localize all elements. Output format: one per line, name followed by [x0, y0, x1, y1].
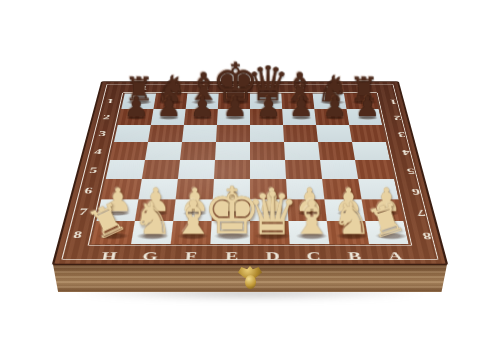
piece-spot-e2: ♟	[218, 109, 252, 125]
chess-set-photo: HH11GG22FF33EE44DD55CC66BB77AA88 ♜♞♝♛♚♝♞…	[0, 0, 500, 352]
piece-spot-d2: ♟	[252, 109, 286, 125]
piece-white-knight-b8: ♞	[331, 196, 371, 241]
piece-spot-b8: ♞	[330, 223, 373, 247]
pieces-layer: ♜♞♝♛♚♝♞♜♟♟♟♟♟♟♟♟♟♟♟♟♟♟♟♟♜♞♝♛♚♝♞♜	[54, 82, 445, 264]
piece-spot-g8: ♞	[131, 223, 174, 247]
piece-spot-h2: ♟	[118, 109, 154, 125]
piece-black-pawn-d2: ♟	[256, 93, 281, 121]
piece-spot-h8: ♜	[91, 223, 135, 247]
piece-white-knight-g8: ♞	[133, 196, 173, 241]
piece-spot-b2: ♟	[317, 109, 352, 125]
piece-black-pawn-g2: ♟	[157, 93, 182, 121]
piece-spot-g2: ♟	[151, 109, 186, 125]
piece-black-pawn-a2: ♟	[355, 93, 380, 121]
piece-white-bishop-f8: ♝	[172, 194, 214, 241]
piece-black-pawn-b2: ♟	[322, 93, 347, 121]
piece-spot-c2: ♟	[284, 109, 319, 125]
piece-black-pawn-h2: ♟	[124, 93, 149, 121]
piece-spot-e8: ♚	[212, 223, 252, 247]
piece-spot-f2: ♟	[185, 109, 219, 125]
chess-board: HH11GG22FF33EE44DD55CC66BB77AA88 ♜♞♝♛♚♝♞…	[52, 81, 449, 265]
piece-black-pawn-c2: ♟	[289, 93, 314, 121]
piece-black-pawn-f2: ♟	[190, 93, 215, 121]
piece-spot-f8: ♝	[172, 223, 214, 247]
piece-black-pawn-e2: ♟	[223, 93, 248, 121]
perspective-wrapper: HH11GG22FF33EE44DD55CC66BB77AA88 ♜♞♝♛♚♝♞…	[0, 0, 500, 352]
piece-spot-a2: ♟	[350, 109, 386, 125]
piece-spot-a8: ♜	[369, 223, 413, 247]
